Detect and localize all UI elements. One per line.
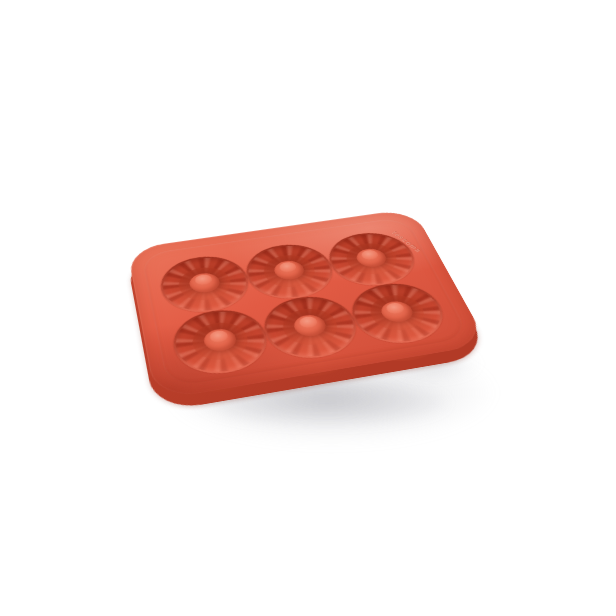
product-photo: tescoma (0, 0, 616, 616)
cavity-trough (341, 241, 402, 277)
center-cone (202, 327, 239, 353)
cavity-trough (278, 306, 342, 349)
bundt-cavity (320, 228, 425, 291)
bundt-cavity (239, 240, 342, 305)
center-cone-top (194, 274, 213, 286)
center-cone (272, 259, 307, 281)
bundt-cavity (256, 291, 367, 364)
center-cone-top (360, 249, 380, 260)
cavity-trough (365, 292, 431, 333)
center-cone-top (384, 302, 406, 315)
cavity-trough (260, 253, 320, 291)
center-cone (188, 272, 222, 295)
center-cone (353, 247, 389, 268)
center-cone (378, 300, 416, 324)
bundt-cavity (168, 304, 276, 380)
center-cone-top (278, 261, 298, 273)
center-cone (291, 313, 329, 338)
center-cone-top (209, 330, 230, 344)
cavity-grid (127, 208, 413, 249)
cavity-trough (189, 319, 252, 363)
center-cone-top (298, 315, 319, 328)
cavity-trough (176, 265, 234, 304)
bundt-cavity (342, 278, 455, 349)
bundt-cavity (156, 252, 257, 319)
